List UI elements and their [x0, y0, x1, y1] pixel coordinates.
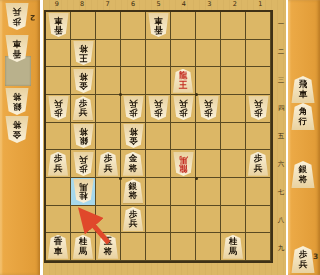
square-3b[interactable]	[196, 40, 221, 68]
sente-pawn-count: 3	[313, 252, 318, 261]
square-1g[interactable]	[246, 178, 271, 206]
piece-kanji: 車	[54, 247, 63, 256]
square-8g[interactable]: 桂馬	[71, 178, 96, 206]
piece-kanji: 龍	[179, 164, 188, 173]
file-label: 5	[146, 0, 171, 9]
square-3h[interactable]	[196, 206, 221, 234]
piece-桂馬-sente[interactable]: 桂馬	[223, 235, 244, 259]
piece-銀将-sente[interactable]: 銀将	[123, 179, 144, 203]
square-9f[interactable]: 歩兵	[46, 150, 71, 178]
square-9c[interactable]	[46, 67, 71, 95]
square-8a[interactable]	[71, 12, 96, 40]
piece-歩兵-sente[interactable]: 歩兵	[98, 152, 119, 176]
square-2d[interactable]	[221, 95, 246, 123]
piece-kanji: 将	[79, 44, 88, 53]
square-3f[interactable]	[196, 150, 221, 178]
square-5i[interactable]	[146, 233, 171, 261]
piece-kanji: 歩	[154, 108, 163, 117]
square-6b[interactable]	[121, 40, 146, 68]
piece-kanji: 将	[13, 92, 22, 101]
square-4b[interactable]	[171, 40, 196, 68]
square-1i[interactable]	[246, 233, 271, 261]
square-4h[interactable]	[171, 206, 196, 234]
piece-香車-gote[interactable]: 香車	[5, 35, 29, 62]
piece-kanji: 兵	[254, 99, 263, 108]
piece-桂馬-sente[interactable]: 桂馬	[73, 235, 94, 259]
piece-kanji: 王	[179, 81, 188, 90]
piece-kanji: 将	[104, 247, 113, 256]
square-7d[interactable]	[96, 95, 121, 123]
square-9e[interactable]	[46, 123, 71, 151]
square-9g[interactable]	[46, 178, 71, 206]
board: 987654321 一二三四五六七八九 香車香車王将金将龍王歩兵歩兵歩兵歩兵歩兵…	[43, 0, 286, 275]
piece-kanji: 歩	[13, 17, 22, 26]
gote-pawn-count: 2	[30, 13, 35, 22]
square-7e[interactable]	[96, 123, 121, 151]
square-9d[interactable]: 歩兵	[46, 95, 71, 123]
square-1e[interactable]	[246, 123, 271, 151]
piece-kanji: 兵	[299, 260, 308, 269]
piece-銀将-gote[interactable]: 銀将	[5, 88, 29, 115]
piece-kanji: 車	[54, 16, 63, 25]
rank-label: 五	[276, 122, 286, 150]
star-point	[119, 177, 122, 180]
piece-金将-gote[interactable]: 金将	[5, 116, 29, 143]
piece-王将-gote[interactable]: 王将	[73, 41, 94, 65]
piece-金将-gote[interactable]: 金将	[123, 124, 144, 148]
piece-kanji: 兵	[79, 154, 88, 163]
rank-label: 四	[276, 94, 286, 122]
square-4c[interactable]: 龍王	[171, 67, 196, 95]
piece-角行-sente[interactable]: 角行	[291, 103, 315, 130]
square-5c[interactable]	[146, 67, 171, 95]
file-labels: 987654321	[44, 0, 273, 9]
square-2c[interactable]	[221, 67, 246, 95]
piece-玉将-sente[interactable]: 玉将	[98, 235, 119, 259]
piece-kanji: 兵	[154, 99, 163, 108]
piece-香車-gote[interactable]: 香車	[48, 13, 69, 37]
square-8h[interactable]	[71, 206, 96, 234]
piece-kanji: 将	[129, 164, 138, 173]
piece-kanji: 兵	[129, 219, 138, 228]
square-8f[interactable]: 歩兵	[71, 150, 96, 178]
square-1b[interactable]	[246, 40, 271, 68]
piece-桂馬-gote[interactable]: 桂馬	[73, 179, 94, 203]
piece-歩兵-gote[interactable]: 歩兵	[248, 96, 269, 120]
piece-kanji: 将	[79, 127, 88, 136]
square-4g[interactable]	[171, 178, 196, 206]
hand-piece-金将-gote[interactable]: 金将	[5, 116, 29, 143]
square-8i[interactable]: 桂馬	[71, 233, 96, 261]
file-label: 4	[171, 0, 196, 9]
star-point	[195, 93, 198, 96]
piece-kanji: 兵	[79, 108, 88, 117]
piece-kanji: 桂	[79, 191, 88, 200]
piece-kanji: 兵	[13, 7, 22, 16]
square-6h[interactable]: 歩兵	[121, 206, 146, 234]
piece-kanji: 歩	[179, 108, 188, 117]
square-3i[interactable]	[196, 233, 221, 261]
hand-piece-歩兵-sente[interactable]: 歩兵	[291, 246, 315, 273]
piece-kanji: 馬	[79, 247, 88, 256]
square-6i[interactable]	[121, 233, 146, 261]
file-label: 9	[44, 0, 69, 9]
piece-kanji: 兵	[54, 164, 63, 173]
piece-kanji: 将	[129, 127, 138, 136]
square-2h[interactable]	[221, 206, 246, 234]
piece-歩兵-sente[interactable]: 歩兵	[73, 96, 94, 120]
piece-kanji: 歩	[129, 108, 138, 117]
piece-kanji: 将	[13, 120, 22, 129]
rank-label: 三	[276, 66, 286, 94]
square-3a[interactable]	[196, 12, 221, 40]
piece-kanji: 兵	[204, 99, 213, 108]
piece-香車-sente[interactable]: 香車	[48, 235, 69, 259]
piece-kanji: 金	[129, 136, 138, 145]
square-5f[interactable]	[146, 150, 171, 178]
square-2i[interactable]: 桂馬	[221, 233, 246, 261]
square-9b[interactable]	[46, 40, 71, 68]
piece-kanji: 行	[299, 117, 308, 126]
file-label: 6	[120, 0, 145, 9]
square-5g[interactable]	[146, 178, 171, 206]
piece-kanji: 香	[54, 25, 63, 34]
square-5e[interactable]	[146, 123, 171, 151]
piece-飛車-sente[interactable]: 飛車	[291, 76, 315, 103]
square-7a[interactable]	[96, 12, 121, 40]
star-point	[119, 93, 122, 96]
board-grid[interactable]: 香車香車王将金将龍王歩兵歩兵歩兵歩兵歩兵歩兵歩兵銀将金将歩兵歩兵歩兵金将龍馬歩兵…	[44, 10, 273, 263]
square-4e[interactable]	[171, 123, 196, 151]
square-2g[interactable]	[221, 178, 246, 206]
square-8b[interactable]: 王将	[71, 40, 96, 68]
piece-銀将-sente[interactable]: 銀将	[291, 161, 315, 188]
square-5a[interactable]: 香車	[146, 12, 171, 40]
piece-歩兵-gote[interactable]: 歩兵	[173, 96, 194, 120]
file-label: 7	[95, 0, 120, 9]
piece-kanji: 馬	[79, 182, 88, 191]
square-2f[interactable]	[221, 150, 246, 178]
hand-piece-飛車-sente[interactable]: 飛車	[291, 76, 315, 103]
piece-kanji: 銀	[79, 136, 88, 145]
square-2b[interactable]	[221, 40, 246, 68]
square-5b[interactable]	[146, 40, 171, 68]
rank-label: 一	[276, 10, 286, 38]
square-3d[interactable]: 歩兵	[196, 95, 221, 123]
piece-kanji: 兵	[54, 99, 63, 108]
square-3c[interactable]	[196, 67, 221, 95]
gote-hand-tray: 歩兵香車銀将金将2	[0, 0, 40, 275]
square-8c[interactable]: 金将	[71, 67, 96, 95]
hand-piece-銀将-sente[interactable]: 銀将	[291, 161, 315, 188]
piece-香車-gote[interactable]: 香車	[148, 13, 169, 37]
hand-piece-香車-gote[interactable]: 香車	[5, 35, 29, 62]
piece-kanji: 馬	[229, 247, 238, 256]
piece-kanji: 将	[79, 71, 88, 80]
rank-label: 九	[276, 235, 286, 263]
rank-label: 八	[276, 207, 286, 235]
rank-label: 二	[276, 38, 286, 66]
piece-kanji: 車	[13, 39, 22, 48]
promoted-piece-龍王-sente[interactable]: 龍王	[173, 69, 194, 93]
piece-kanji: 歩	[79, 164, 88, 173]
piece-kanji: 将	[129, 191, 138, 200]
piece-kanji: 兵	[104, 164, 113, 173]
piece-銀将-gote[interactable]: 銀将	[73, 124, 94, 148]
rank-label: 七	[276, 179, 286, 207]
piece-kanji: 将	[299, 175, 308, 184]
square-2a[interactable]	[221, 12, 246, 40]
square-1f[interactable]: 歩兵	[246, 150, 271, 178]
square-6a[interactable]	[121, 12, 146, 40]
square-9h[interactable]	[46, 206, 71, 234]
square-7b[interactable]	[96, 40, 121, 68]
piece-歩兵-gote[interactable]: 歩兵	[5, 3, 29, 30]
square-7g[interactable]	[96, 178, 121, 206]
square-3e[interactable]	[196, 123, 221, 151]
piece-金将-gote[interactable]: 金将	[73, 69, 94, 93]
square-9a[interactable]: 香車	[46, 12, 71, 40]
square-4f[interactable]: 龍馬	[171, 150, 196, 178]
file-label: 3	[197, 0, 222, 9]
piece-歩兵-gote[interactable]: 歩兵	[148, 96, 169, 120]
rank-label: 六	[276, 151, 286, 179]
piece-kanji: 歩	[54, 108, 63, 117]
square-1d[interactable]: 歩兵	[246, 95, 271, 123]
square-9i[interactable]: 香車	[46, 233, 71, 261]
square-6e[interactable]: 金将	[121, 123, 146, 151]
piece-歩兵-gote[interactable]: 歩兵	[123, 96, 144, 120]
piece-kanji: 金	[13, 130, 22, 139]
hand-piece-歩兵-gote[interactable]: 歩兵	[5, 3, 29, 30]
square-8d[interactable]: 歩兵	[71, 95, 96, 123]
sente-hand-tray: 飛車角行銀将歩兵3	[288, 0, 320, 275]
piece-歩兵-sente[interactable]: 歩兵	[248, 152, 269, 176]
promoted-piece-龍馬-gote[interactable]: 龍馬	[173, 152, 194, 176]
piece-kanji: 兵	[254, 164, 263, 173]
rank-labels: 一二三四五六七八九	[276, 10, 286, 263]
piece-kanji: 金	[79, 81, 88, 90]
piece-kanji: 香	[13, 49, 22, 58]
piece-kanji: 馬	[179, 154, 188, 163]
square-6d[interactable]: 歩兵	[121, 95, 146, 123]
square-7h[interactable]	[96, 206, 121, 234]
piece-kanji: 車	[154, 16, 163, 25]
square-8e[interactable]: 銀将	[71, 123, 96, 151]
piece-kanji: 香	[154, 25, 163, 34]
piece-歩兵-sente[interactable]: 歩兵	[291, 246, 315, 273]
piece-kanji: 銀	[13, 102, 22, 111]
file-label: 8	[69, 0, 94, 9]
square-5d[interactable]: 歩兵	[146, 95, 171, 123]
piece-kanji: 歩	[254, 108, 263, 117]
hand-piece-銀将-gote[interactable]: 銀将	[5, 88, 29, 115]
square-3g[interactable]	[196, 178, 221, 206]
square-5h[interactable]	[146, 206, 171, 234]
piece-歩兵-sente[interactable]: 歩兵	[48, 152, 69, 176]
hand-piece-角行-sente[interactable]: 角行	[291, 103, 315, 130]
square-6g[interactable]: 銀将	[121, 178, 146, 206]
piece-kanji: 車	[299, 90, 308, 99]
square-4i[interactable]	[171, 233, 196, 261]
piece-金将-sente[interactable]: 金将	[123, 152, 144, 176]
file-label: 2	[222, 0, 247, 9]
piece-kanji: 歩	[204, 108, 213, 117]
square-7c[interactable]	[96, 67, 121, 95]
square-4d[interactable]: 歩兵	[171, 95, 196, 123]
square-7i[interactable]: 玉将	[96, 233, 121, 261]
piece-kanji: 兵	[179, 99, 188, 108]
piece-歩兵-gote[interactable]: 歩兵	[48, 96, 69, 120]
file-label: 1	[248, 0, 273, 9]
square-4a[interactable]	[171, 12, 196, 40]
square-1c[interactable]	[246, 67, 271, 95]
piece-歩兵-sente[interactable]: 歩兵	[123, 207, 144, 231]
piece-歩兵-gote[interactable]: 歩兵	[198, 96, 219, 120]
shogi-app: { "game": "shogi", "position": { "sfen":…	[0, 0, 320, 275]
square-6f[interactable]: 金将	[121, 150, 146, 178]
square-2e[interactable]	[221, 123, 246, 151]
square-1h[interactable]	[246, 206, 271, 234]
square-1a[interactable]	[246, 12, 271, 40]
square-7f[interactable]: 歩兵	[96, 150, 121, 178]
piece-kanji: 兵	[129, 99, 138, 108]
square-6c[interactable]	[121, 67, 146, 95]
piece-歩兵-gote[interactable]: 歩兵	[73, 152, 94, 176]
piece-kanji: 王	[79, 53, 88, 62]
